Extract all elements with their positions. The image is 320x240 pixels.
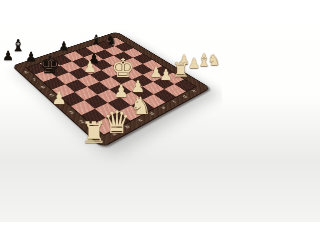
piece-white-pawn-h3: ♟ [188, 56, 201, 70]
chess-board-mat: 87654321 abcdefgh [11, 31, 211, 148]
piece-white-bishop-h4: ♝ [196, 52, 211, 69]
piece-black-pawn-a7: ♟ [2, 49, 14, 62]
board-grid [27, 37, 196, 134]
piece-white-pawn-g3: ♟ [178, 53, 190, 66]
piece-black-bishop-a8: ♝ [11, 38, 25, 54]
piece-white-knight-h5: ♞ [207, 53, 220, 68]
photo-scene: 87654321 abcdefgh ♝♞♟♝♟♟♟♟♞♝♟♟♚♚♟♜♟♟♟♟♞♛… [0, 0, 222, 222]
